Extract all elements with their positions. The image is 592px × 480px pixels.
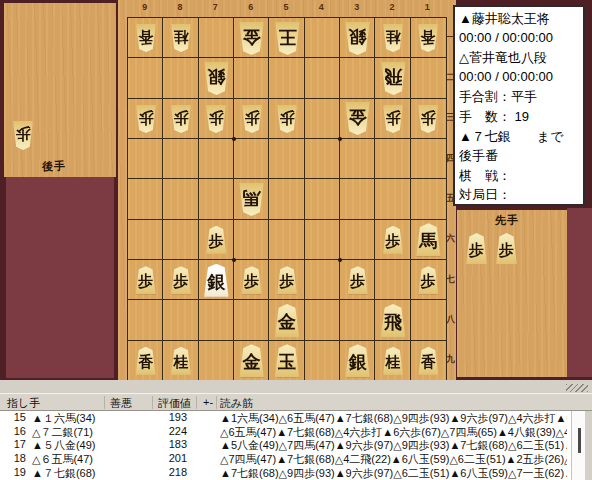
- board-panel: 987654321 一二三四五六七八九 香桂金王銀桂香銀飛歩歩歩歩歩金歩歩馬歩歩…: [118, 0, 456, 380]
- square-4-5[interactable]: [305, 179, 340, 219]
- file-labels: 987654321: [127, 2, 445, 15]
- move-number: 16: [8, 425, 26, 437]
- shogi-gui-screen: 後手 歩 987654321 一二三四五六七八九 香桂金王銀桂香銀飛歩歩歩歩歩金…: [0, 0, 592, 480]
- square-1-2[interactable]: [411, 58, 446, 98]
- scrollbar-thumb[interactable]: [578, 428, 581, 453]
- file-label-8: 8: [162, 2, 197, 15]
- square-2-4[interactable]: [375, 139, 410, 179]
- eval-value: 183: [140, 438, 187, 450]
- table-row-move-18[interactable]: 18△６五馬(47)201△7四馬(47)▲7七銀(68)△4二飛(22)▲6八…: [0, 452, 585, 466]
- square-7-4[interactable]: [199, 139, 234, 179]
- info-line-6: ▲７七銀 まで: [459, 128, 581, 148]
- file-label-3: 3: [339, 2, 374, 15]
- file-label-9: 9: [127, 2, 162, 15]
- file-label-4: 4: [304, 2, 339, 15]
- col-move[interactable]: 指し手: [7, 396, 40, 411]
- move-number: 17: [8, 438, 26, 450]
- square-3-5[interactable]: [340, 179, 375, 219]
- pv-text: ▲7七銀(68)△9四歩(93)▲9六歩(97)△6二玉(51)▲6八玉(59)…: [220, 466, 567, 480]
- move-number: 19: [8, 466, 26, 478]
- square-8-8[interactable]: [163, 300, 198, 340]
- square-7-8[interactable]: [199, 300, 234, 340]
- square-4-6[interactable]: [305, 220, 340, 260]
- gote-hand-tray: 後手 歩: [4, 3, 116, 177]
- header-separator: [196, 396, 197, 409]
- square-1-8[interactable]: [411, 300, 446, 340]
- square-3-6[interactable]: [340, 220, 375, 260]
- square-7-9[interactable]: [199, 341, 234, 381]
- info-line-9: 対局日：: [459, 186, 581, 206]
- square-1-4[interactable]: [411, 139, 446, 179]
- square-8-6[interactable]: [163, 220, 198, 260]
- table-row-move-17[interactable]: 17▲５八金(49)183▲5八金(49)△7四馬(47)▲9六歩(97)△9四…: [0, 438, 585, 452]
- square-5-6[interactable]: [269, 220, 304, 260]
- square-6-8[interactable]: [234, 300, 269, 340]
- square-3-8[interactable]: [340, 300, 375, 340]
- header-separator: [152, 396, 153, 409]
- table-scrollbar[interactable]: [571, 411, 585, 480]
- square-3-2[interactable]: [340, 58, 375, 98]
- file-label-6: 6: [233, 2, 268, 15]
- analysis-panel: 指し手 善悪 評価値 +- 読み筋 15▲１六馬(34)193▲1六馬(34)△…: [0, 380, 592, 480]
- square-9-5[interactable]: [128, 179, 163, 219]
- table-row-move-16[interactable]: 16△７二銀(71)224△6五馬(47)▲7七銀(68)△4六歩打▲6六歩(6…: [0, 425, 585, 439]
- move-number: 15: [8, 411, 26, 423]
- gote-tray-label: 後手: [42, 159, 66, 174]
- square-4-3[interactable]: [305, 99, 340, 139]
- move-text: ▲７七銀(68): [32, 466, 95, 480]
- eval-value: 218: [140, 466, 187, 478]
- info-line-8: 棋 戦：: [459, 167, 581, 187]
- sente-hand-tray: 先手 歩歩: [457, 210, 567, 377]
- right-maroon-panel: [567, 208, 592, 377]
- table-row-move-15[interactable]: 15▲１六馬(34)193▲1六馬(34)△6五馬(47)▲7七銀(68)△9四…: [0, 411, 585, 425]
- square-1-5[interactable]: [411, 179, 446, 219]
- square-7-5[interactable]: [199, 179, 234, 219]
- square-4-1[interactable]: [305, 18, 340, 58]
- square-8-2[interactable]: [163, 58, 198, 98]
- move-table-header: 指し手 善悪 評価値 +- 読み筋: [0, 393, 592, 411]
- square-3-4[interactable]: [340, 139, 375, 179]
- square-9-4[interactable]: [128, 139, 163, 179]
- col-eval[interactable]: 評価値: [158, 396, 191, 411]
- square-2-7[interactable]: [375, 260, 410, 300]
- splitter-grip-icon[interactable]: [566, 384, 588, 392]
- square-8-5[interactable]: [163, 179, 198, 219]
- square-5-2[interactable]: [269, 58, 304, 98]
- game-info-panel: ▲藤井聡太王将00:00 / 00:00:00△菅井竜也八段00:00 / 00…: [453, 5, 585, 206]
- square-6-6[interactable]: [234, 220, 269, 260]
- header-separator: [216, 396, 217, 409]
- square-9-6[interactable]: [128, 220, 163, 260]
- square-7-1[interactable]: [199, 18, 234, 58]
- square-4-2[interactable]: [305, 58, 340, 98]
- square-4-7[interactable]: [305, 260, 340, 300]
- square-4-9[interactable]: [305, 341, 340, 381]
- info-line-4: 手合割：平手: [459, 88, 581, 108]
- file-label-1: 1: [410, 2, 445, 15]
- square-5-4[interactable]: [269, 139, 304, 179]
- piece-sente-歩[interactable]: 歩: [495, 233, 518, 264]
- piece-gote-歩[interactable]: 歩: [12, 121, 34, 150]
- square-4-8[interactable]: [305, 300, 340, 340]
- header-separator: [104, 396, 105, 409]
- info-line-1: 00:00 / 00:00:00: [459, 30, 581, 50]
- square-2-5[interactable]: [375, 179, 410, 219]
- sente-tray-label: 先手: [495, 213, 519, 228]
- left-maroon-panel: [6, 177, 114, 378]
- eval-value: 201: [140, 452, 187, 464]
- info-line-3: 00:00 / 00:00:00: [459, 69, 581, 89]
- info-line-0: ▲藤井聡太王将: [459, 10, 581, 30]
- eval-value: 193: [140, 411, 187, 423]
- move-number: 18: [8, 452, 26, 464]
- eval-value: 224: [140, 425, 187, 437]
- square-5-5[interactable]: [269, 179, 304, 219]
- info-line-5: 手 数： 19: [459, 108, 581, 128]
- square-9-8[interactable]: [128, 300, 163, 340]
- file-label-2: 2: [374, 2, 409, 15]
- square-6-4[interactable]: [234, 139, 269, 179]
- square-6-2[interactable]: [234, 58, 269, 98]
- square-8-4[interactable]: [163, 139, 198, 179]
- info-line-2: △菅井竜也八段: [459, 49, 581, 69]
- table-row-move-19[interactable]: 19▲７七銀(68)218▲7七銀(68)△9四歩(93)▲9六歩(97)△6二…: [0, 466, 585, 480]
- col-quality[interactable]: 善悪: [110, 396, 132, 411]
- info-line-7: 後手番: [459, 147, 581, 167]
- move-table-rows: 15▲１六馬(34)193▲1六馬(34)△6五馬(47)▲7七銀(68)△9四…: [0, 411, 585, 480]
- square-9-2[interactable]: [128, 58, 163, 98]
- file-label-5: 5: [268, 2, 303, 15]
- file-label-7: 7: [198, 2, 233, 15]
- square-4-4[interactable]: [305, 139, 340, 179]
- col-pv[interactable]: 読み筋: [220, 396, 253, 411]
- piece-sente-歩[interactable]: 歩: [465, 233, 488, 264]
- col-plusminus[interactable]: +-: [203, 396, 213, 408]
